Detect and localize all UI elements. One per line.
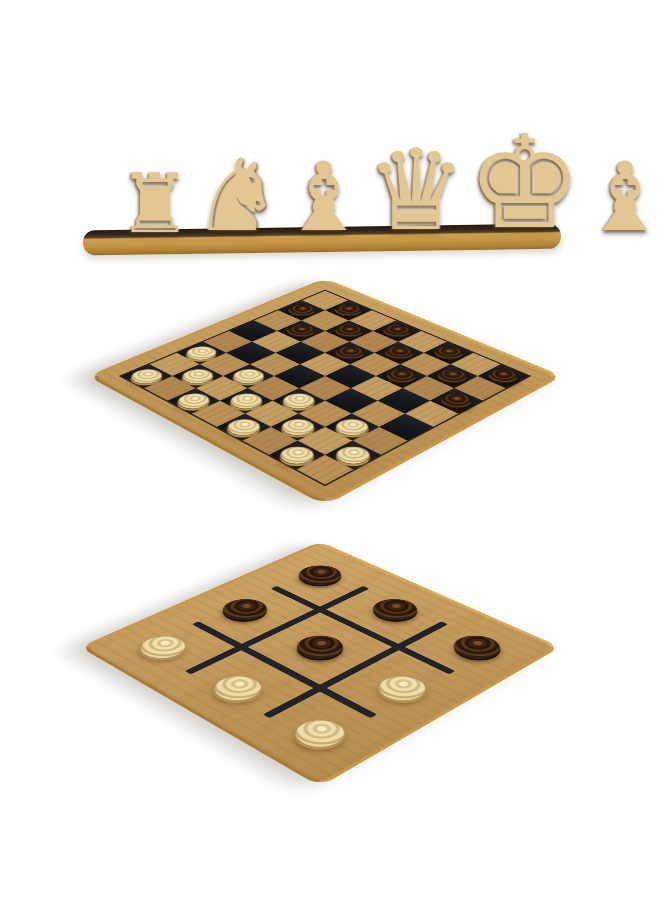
- chess-knight-piece[interactable]: ♞: [192, 152, 282, 240]
- tictactoe-board: [80, 541, 561, 786]
- dark-checker-piece[interactable]: [444, 631, 509, 664]
- tictactoe-board-frame: [80, 541, 561, 786]
- dark-checker-piece[interactable]: [290, 562, 350, 589]
- dark-checker-piece[interactable]: [287, 631, 352, 664]
- chess-queen-piece[interactable]: ♛: [366, 141, 466, 240]
- dark-checker-piece[interactable]: [214, 595, 276, 625]
- dark-checker-piece[interactable]: [364, 595, 426, 625]
- checkers-grid: [119, 290, 532, 487]
- chess-pieces-row: ♜♞♝♛♚♝♞♜: [118, 96, 500, 240]
- light-checker-piece[interactable]: [284, 714, 356, 753]
- light-checker-piece[interactable]: [131, 631, 196, 664]
- checkers-board: [87, 278, 562, 506]
- light-checker-piece[interactable]: [204, 670, 272, 706]
- chess-rook-piece[interactable]: ♜: [118, 168, 192, 240]
- chess-king-piece[interactable]: ♚: [467, 126, 583, 240]
- product-photo: { "game": "3-in-1 wooden game set: chess…: [0, 0, 660, 900]
- light-checker-piece[interactable]: [368, 670, 436, 706]
- chess-bishop-piece[interactable]: ♝: [582, 156, 660, 240]
- checkers-board-frame: [87, 278, 562, 506]
- tictactoe-grid: [85, 544, 555, 783]
- chess-shelf-section: ♜♞♝♛♚♝♞♜: [0, 0, 660, 270]
- chess-bishop-piece[interactable]: ♝: [281, 156, 366, 240]
